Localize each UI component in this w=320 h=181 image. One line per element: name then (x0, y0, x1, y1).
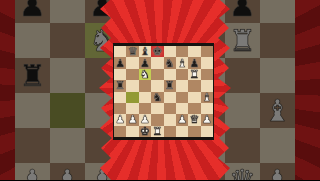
square-e6[interactable] (164, 69, 176, 80)
square-e8[interactable] (164, 46, 176, 57)
square-d5[interactable] (151, 80, 163, 91)
square-h3 (260, 128, 295, 163)
square-b7 (50, 0, 85, 23)
square-b4[interactable] (126, 92, 138, 103)
square-f2[interactable]: ♟ (176, 114, 188, 125)
square-d4[interactable]: ♞ (151, 92, 163, 103)
square-g3[interactable] (188, 103, 200, 114)
square-a6 (15, 23, 50, 58)
square-a6[interactable] (114, 69, 126, 80)
square-f4[interactable] (176, 92, 188, 103)
white-pawn-piece: ♟ (264, 166, 291, 181)
square-d8[interactable]: ♚ (151, 46, 163, 57)
white-rook-piece[interactable]: ♜ (152, 126, 162, 137)
square-b3[interactable] (126, 103, 138, 114)
square-f6[interactable] (176, 69, 188, 80)
square-e4[interactable] (164, 92, 176, 103)
square-g1[interactable] (188, 126, 200, 137)
square-f7[interactable]: ♝ (176, 57, 188, 68)
white-pawn-piece[interactable]: ♟ (115, 114, 125, 125)
chess-board-frame: ♛♝♚♟♟♞♝♟♞♜♜♜♞♝♟♟♟♟♛♟♚♜ (113, 43, 214, 140)
square-c3[interactable] (139, 103, 151, 114)
square-f3[interactable] (176, 103, 188, 114)
square-c4[interactable] (139, 92, 151, 103)
square-f1[interactable] (176, 126, 188, 137)
square-a4 (15, 93, 50, 128)
black-knight-piece[interactable]: ♞ (165, 58, 175, 69)
square-c1[interactable]: ♚ (139, 126, 151, 137)
square-c6[interactable]: ♞ (139, 69, 151, 80)
square-a4[interactable] (114, 92, 126, 103)
square-e3[interactable] (164, 103, 176, 114)
square-c2[interactable]: ♟ (139, 114, 151, 125)
square-d2[interactable] (151, 114, 163, 125)
white-knight-piece[interactable]: ♞ (140, 69, 150, 80)
square-a3 (15, 128, 50, 163)
black-queen-piece[interactable]: ♛ (128, 46, 138, 57)
square-g7[interactable]: ♟ (188, 57, 200, 68)
square-b8[interactable]: ♛ (126, 46, 138, 57)
square-b5[interactable] (126, 80, 138, 91)
square-d7[interactable] (151, 57, 163, 68)
square-h8[interactable] (201, 46, 213, 57)
white-queen-piece: ♛ (229, 166, 256, 181)
square-b3 (50, 128, 85, 163)
white-queen-piece[interactable]: ♛ (190, 114, 200, 125)
white-bishop-piece: ♝ (264, 96, 291, 126)
square-g4 (225, 93, 260, 128)
square-h6 (260, 23, 295, 58)
white-rook-piece[interactable]: ♜ (190, 69, 200, 80)
white-pawn-piece: ♟ (54, 166, 81, 181)
square-a2[interactable]: ♟ (114, 114, 126, 125)
square-b2: ♟ (50, 163, 85, 180)
square-a8[interactable] (114, 46, 126, 57)
square-f8[interactable] (176, 46, 188, 57)
square-a7: ♟ (15, 0, 50, 23)
white-pawn-piece[interactable]: ♟ (202, 114, 212, 125)
square-h5 (260, 58, 295, 93)
black-pawn-piece[interactable]: ♟ (140, 58, 150, 69)
square-h7[interactable] (201, 57, 213, 68)
white-rook-piece: ♜ (229, 26, 256, 56)
white-pawn-piece: ♟ (19, 166, 46, 181)
square-g4[interactable] (188, 92, 200, 103)
square-b5 (50, 58, 85, 93)
square-g2: ♛ (225, 163, 260, 180)
square-b1[interactable] (126, 126, 138, 137)
square-a1[interactable] (114, 126, 126, 137)
black-bishop-piece[interactable]: ♝ (140, 46, 150, 57)
square-h4: ♝ (260, 93, 295, 128)
square-g7: ♟ (225, 0, 260, 23)
black-pawn-piece[interactable]: ♟ (190, 58, 200, 69)
white-pawn-piece[interactable]: ♟ (140, 114, 150, 125)
black-rook-piece[interactable]: ♜ (115, 80, 125, 91)
black-king-piece[interactable]: ♚ (152, 46, 162, 57)
square-h2: ♟ (260, 163, 295, 180)
black-pawn-piece: ♟ (19, 0, 46, 21)
square-h3[interactable] (201, 103, 213, 114)
square-f5[interactable] (176, 80, 188, 91)
black-rook-piece: ♜ (19, 61, 46, 91)
square-d3[interactable] (151, 103, 163, 114)
square-b6 (50, 23, 85, 58)
chess-board[interactable]: ♛♝♚♟♟♞♝♟♞♜♜♜♞♝♟♟♟♟♛♟♚♜ (114, 46, 213, 137)
white-pawn-piece[interactable]: ♟ (128, 114, 138, 125)
square-h5[interactable] (201, 80, 213, 91)
square-c8[interactable]: ♝ (139, 46, 151, 57)
square-g8[interactable] (188, 46, 200, 57)
square-g2[interactable]: ♛ (188, 114, 200, 125)
black-knight-piece[interactable]: ♞ (152, 92, 162, 103)
black-rook-piece[interactable]: ♜ (165, 80, 175, 91)
square-b7[interactable] (126, 57, 138, 68)
square-e2[interactable] (164, 114, 176, 125)
square-a5[interactable]: ♜ (114, 80, 126, 91)
square-c5[interactable] (139, 80, 151, 91)
white-king-piece[interactable]: ♚ (140, 126, 150, 137)
square-g5[interactable] (188, 80, 200, 91)
square-b2[interactable]: ♟ (126, 114, 138, 125)
square-g6: ♜ (225, 23, 260, 58)
square-a3[interactable] (114, 103, 126, 114)
square-h6[interactable] (201, 69, 213, 80)
square-a5: ♜ (15, 58, 50, 93)
white-pawn-piece[interactable]: ♟ (177, 114, 187, 125)
square-a7[interactable]: ♟ (114, 57, 126, 68)
square-d1[interactable]: ♜ (151, 126, 163, 137)
square-h7 (260, 0, 295, 23)
square-a2: ♟ (15, 163, 50, 180)
square-c7[interactable]: ♟ (139, 57, 151, 68)
black-pawn-piece: ♟ (229, 0, 256, 21)
square-g3 (225, 128, 260, 163)
white-bishop-piece[interactable]: ♝ (202, 92, 212, 103)
white-bishop-piece[interactable]: ♝ (177, 58, 187, 69)
black-pawn-piece[interactable]: ♟ (115, 58, 125, 69)
square-b4 (50, 93, 85, 128)
square-e7[interactable]: ♞ (164, 57, 176, 68)
thumbnail-frame: ♛♝♚♟♟♞♝♟♞♜♜♜♞♝♟♟♟♟♛♟♚♜ ♛♝♚♟♟♞♝♟♞♜♜♜♞♝♟♟♟… (0, 0, 320, 180)
square-d6[interactable] (151, 69, 163, 80)
square-h4[interactable]: ♝ (201, 92, 213, 103)
square-e1[interactable] (164, 126, 176, 137)
square-b6[interactable] (126, 69, 138, 80)
square-g6[interactable]: ♜ (188, 69, 200, 80)
square-e5[interactable]: ♜ (164, 80, 176, 91)
square-h2[interactable]: ♟ (201, 114, 213, 125)
square-h1[interactable] (201, 126, 213, 137)
